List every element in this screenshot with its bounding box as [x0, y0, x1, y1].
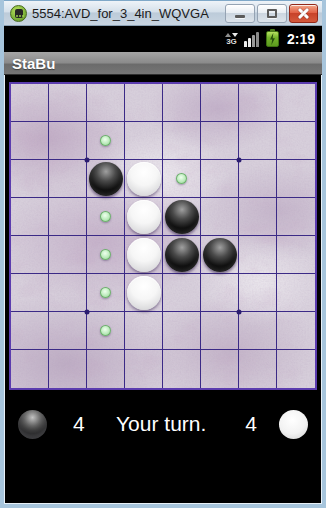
- app-title-bar: StaBu: [4, 52, 322, 75]
- board-cell-r7c2[interactable]: [87, 350, 125, 388]
- star-point: [85, 158, 90, 163]
- board-cell-r2c2[interactable]: [87, 160, 125, 198]
- white-disc: [127, 238, 161, 272]
- minimize-button[interactable]: [225, 4, 255, 23]
- board-cell-r6c3[interactable]: [125, 312, 163, 350]
- legal-move-hint[interactable]: [100, 211, 111, 222]
- board-cell-r5c7[interactable]: [277, 274, 315, 312]
- star-point: [237, 158, 242, 163]
- board-cell-r3c3[interactable]: [125, 198, 163, 236]
- board-cell-r5c0[interactable]: [11, 274, 49, 312]
- board-cell-r2c0[interactable]: [11, 160, 49, 198]
- window-titlebar[interactable]: 5554:AVD_for_3_4in_WQVGA: [4, 0, 322, 26]
- board-cell-r7c5[interactable]: [201, 350, 239, 388]
- board-cell-r2c1[interactable]: [49, 160, 87, 198]
- close-button[interactable]: [289, 4, 318, 23]
- board-cell-r7c4[interactable]: [163, 350, 201, 388]
- board-cell-r1c6[interactable]: [239, 122, 277, 160]
- white-disc: [127, 162, 161, 196]
- board-cell-r0c3[interactable]: [125, 84, 163, 122]
- maximize-icon: [267, 9, 277, 18]
- board-cell-r7c6[interactable]: [239, 350, 277, 388]
- board-cell-r6c5[interactable]: [201, 312, 239, 350]
- network-3g-icon: 3G: [225, 33, 238, 46]
- android-emulator-icon: [10, 5, 27, 22]
- black-disc: [165, 238, 199, 272]
- white-score-disc: [279, 410, 308, 439]
- upload-arrow-icon: [225, 33, 231, 37]
- board-cell-r5c2[interactable]: [87, 274, 125, 312]
- board-cell-r4c4[interactable]: [163, 236, 201, 274]
- board-cell-r7c0[interactable]: [11, 350, 49, 388]
- board-cell-r7c3[interactable]: [125, 350, 163, 388]
- battery-charging-icon: [266, 31, 279, 47]
- android-status-bar: 3G 2:19: [4, 26, 322, 52]
- legal-move-hint[interactable]: [176, 173, 187, 184]
- board-cell-r5c6[interactable]: [239, 274, 277, 312]
- window-title: 5554:AVD_for_3_4in_WQVGA: [32, 6, 209, 21]
- board-cell-r2c5[interactable]: [201, 160, 239, 198]
- board-cell-r5c3[interactable]: [125, 274, 163, 312]
- white-disc: [127, 276, 161, 310]
- board-cell-r3c7[interactable]: [277, 198, 315, 236]
- board-cell-r0c6[interactable]: [239, 84, 277, 122]
- board-cell-r3c2[interactable]: [87, 198, 125, 236]
- maximize-button[interactable]: [257, 4, 287, 23]
- network-type-label: 3G: [226, 38, 237, 46]
- board-cell-r2c7[interactable]: [277, 160, 315, 198]
- black-score-disc: [18, 410, 47, 439]
- board-cell-r5c1[interactable]: [49, 274, 87, 312]
- board-cell-r6c0[interactable]: [11, 312, 49, 350]
- board-cell-r3c1[interactable]: [49, 198, 87, 236]
- star-point: [237, 310, 242, 315]
- white-disc: [127, 200, 161, 234]
- board-cell-r3c5[interactable]: [201, 198, 239, 236]
- emulator-window: 5554:AVD_for_3_4in_WQVGA 3G: [0, 0, 326, 508]
- board-cell-r4c7[interactable]: [277, 236, 315, 274]
- app-title: StaBu: [12, 55, 55, 72]
- board-cell-r6c1[interactable]: [49, 312, 87, 350]
- board-cell-r3c6[interactable]: [239, 198, 277, 236]
- board-cell-r3c0[interactable]: [11, 198, 49, 236]
- download-arrow-icon: [232, 33, 238, 37]
- board-cell-r0c4[interactable]: [163, 84, 201, 122]
- star-point: [85, 310, 90, 315]
- board-cell-r1c5[interactable]: [201, 122, 239, 160]
- board-cell-r2c4[interactable]: [163, 160, 201, 198]
- status-clock: 2:19: [287, 31, 315, 47]
- close-icon: [297, 8, 310, 19]
- board-cell-r6c6[interactable]: [239, 312, 277, 350]
- board-cell-r1c0[interactable]: [11, 122, 49, 160]
- board-cell-r3c4[interactable]: [163, 198, 201, 236]
- board-cell-r1c4[interactable]: [163, 122, 201, 160]
- board-cell-r4c5[interactable]: [201, 236, 239, 274]
- board-cell-r1c1[interactable]: [49, 122, 87, 160]
- legal-move-hint[interactable]: [100, 135, 111, 146]
- black-count: 4: [73, 412, 85, 436]
- minimize-icon: [235, 15, 245, 18]
- board-cell-r1c3[interactable]: [125, 122, 163, 160]
- board-cell-r0c1[interactable]: [49, 84, 87, 122]
- board-cell-r4c6[interactable]: [239, 236, 277, 274]
- board-cell-r7c1[interactable]: [49, 350, 87, 388]
- board-cell-r0c0[interactable]: [11, 84, 49, 122]
- black-disc: [203, 238, 237, 272]
- board-cell-r5c4[interactable]: [163, 274, 201, 312]
- board-cell-r6c2[interactable]: [87, 312, 125, 350]
- board-cell-r2c3[interactable]: [125, 160, 163, 198]
- legal-move-hint[interactable]: [100, 287, 111, 298]
- board-cell-r6c7[interactable]: [277, 312, 315, 350]
- board-cell-r0c2[interactable]: [87, 84, 125, 122]
- black-disc: [89, 162, 123, 196]
- signal-strength-icon: [244, 32, 259, 47]
- white-count: 4: [245, 412, 257, 436]
- board-cell-r4c1[interactable]: [49, 236, 87, 274]
- board-cell-r4c2[interactable]: [87, 236, 125, 274]
- board-cell-r5c5[interactable]: [201, 274, 239, 312]
- othello-board: [9, 82, 317, 390]
- board-cell-r6c4[interactable]: [163, 312, 201, 350]
- board-cell-r0c5[interactable]: [201, 84, 239, 122]
- legal-move-hint[interactable]: [100, 325, 111, 336]
- caption-buttons: [225, 4, 318, 23]
- board-cell-r0c7[interactable]: [277, 84, 315, 122]
- board-cell-r1c2[interactable]: [87, 122, 125, 160]
- legal-move-hint[interactable]: [100, 249, 111, 260]
- board-cell-r7c7[interactable]: [277, 350, 315, 388]
- black-disc: [165, 200, 199, 234]
- board-cell-r1c7[interactable]: [277, 122, 315, 160]
- board-cell-r2c6[interactable]: [239, 160, 277, 198]
- board-cell-r4c0[interactable]: [11, 236, 49, 274]
- board-grid: [11, 84, 315, 388]
- board-cell-r4c3[interactable]: [125, 236, 163, 274]
- score-bar: 4 Your turn. 4: [4, 398, 322, 450]
- turn-status-text: Your turn.: [116, 412, 206, 436]
